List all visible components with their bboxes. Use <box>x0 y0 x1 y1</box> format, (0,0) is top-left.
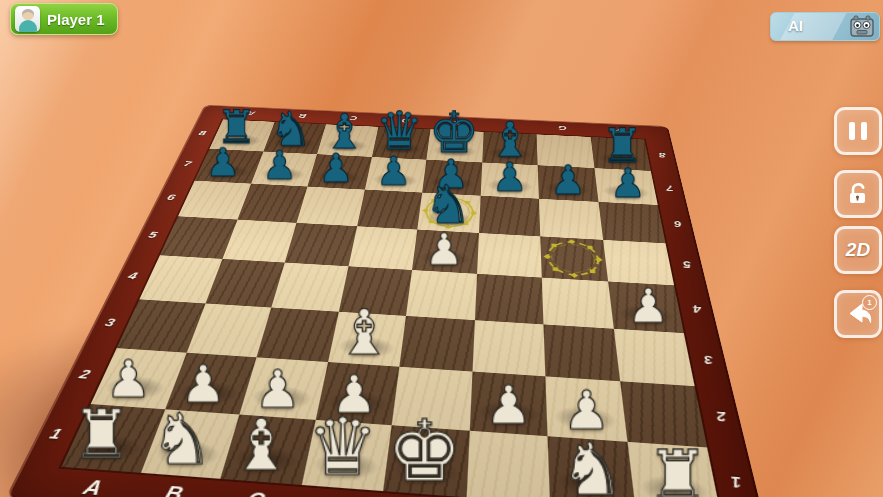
square-b7[interactable] <box>251 151 317 186</box>
square-c7[interactable] <box>307 154 371 190</box>
piece-white-rook-h1[interactable]: ♜ <box>646 443 709 497</box>
piece-white-rook-a1[interactable]: ♜ <box>72 403 133 467</box>
square-d5[interactable] <box>348 226 417 270</box>
undo-count-badge: 1 <box>862 295 877 310</box>
cell-b1: ♞ <box>140 409 239 479</box>
ai-chip: AI <box>770 12 880 41</box>
square-g6[interactable] <box>539 199 603 240</box>
player1-name: Player 1 <box>47 11 105 28</box>
square-e8[interactable] <box>426 129 483 162</box>
square-f8[interactable] <box>482 132 538 165</box>
square-g8[interactable] <box>537 134 594 167</box>
square-c5[interactable] <box>285 223 357 267</box>
piece-white-knight-g1[interactable]: ♞ <box>559 435 624 497</box>
cell-e1: ♚ <box>383 425 469 497</box>
board-scene: AA88BB77CC66DD55EE44FF33GG22HH11 ♜♞♝♛♚♝♜… <box>122 0 702 497</box>
undo-button[interactable]: 1 <box>834 290 882 338</box>
cell-f2: ♟ <box>469 372 547 436</box>
2d-view-button[interactable]: 2D <box>834 226 882 274</box>
square-c8[interactable] <box>317 124 378 156</box>
square-c6[interactable] <box>297 187 365 226</box>
cell-g1: ♞ <box>548 436 636 497</box>
square-b8[interactable] <box>263 122 326 154</box>
square-d7[interactable] <box>364 157 426 193</box>
player1-chip: Player 1 <box>10 3 118 35</box>
square-d6[interactable] <box>357 190 422 230</box>
piece-white-pawn-f2[interactable]: ♟ <box>484 380 532 430</box>
square-b6[interactable] <box>237 184 307 223</box>
piece-white-bishop-d3[interactable]: ♝ <box>336 303 392 363</box>
unlocked-padlock-icon <box>846 182 870 206</box>
cell-c1: ♝ <box>220 414 315 485</box>
piece-white-pawn-h4[interactable]: ♟ <box>627 284 669 329</box>
square-f7[interactable] <box>480 162 539 199</box>
cell-d1: ♛ <box>301 419 392 491</box>
piece-white-queen-d1[interactable]: ♛ <box>307 410 378 485</box>
piece-white-king-e1[interactable]: ♚ <box>387 411 463 492</box>
square-h7[interactable] <box>594 168 658 205</box>
piece-white-knight-b1[interactable]: ♞ <box>149 406 212 473</box>
square-g7[interactable] <box>538 165 598 202</box>
player1-avatar-icon <box>15 6 40 32</box>
chess-app-screen: { "game": { "name": "chess", "view": "3d… <box>0 0 883 497</box>
square-h8[interactable] <box>590 137 650 171</box>
robot-icon <box>849 15 875 38</box>
pause-button[interactable] <box>834 107 882 155</box>
square-d8[interactable] <box>372 127 431 160</box>
lock-button[interactable] <box>834 170 882 218</box>
piece-white-bishop-c1[interactable]: ♝ <box>229 412 293 480</box>
pause-icon <box>849 122 867 140</box>
square-f6[interactable] <box>479 196 541 236</box>
avatar-head <box>22 9 34 20</box>
square-e7[interactable] <box>422 159 482 195</box>
ai-name: AI <box>788 17 803 34</box>
cell-h4: ♟ <box>608 281 684 332</box>
2d-label: 2D <box>846 239 870 261</box>
avatar-body <box>19 20 37 32</box>
square-h6[interactable] <box>598 202 665 243</box>
cell-d3: ♝ <box>328 311 407 366</box>
piece-white-pawn-e5[interactable]: ♟ <box>425 228 464 270</box>
